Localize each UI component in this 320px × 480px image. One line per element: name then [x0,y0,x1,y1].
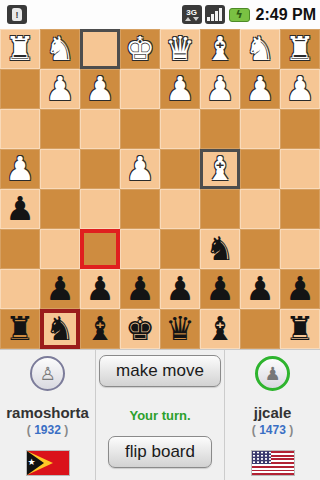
black-player-name: jjcale [254,404,292,421]
square-f7[interactable]: ♟ [80,269,120,309]
white-rook: ♜ [5,29,35,69]
white-knight: ♞ [45,29,75,69]
square-g7[interactable]: ♟ [40,269,80,309]
white-pawn: ♟ [125,149,155,189]
square-d4[interactable] [160,149,200,189]
square-c2[interactable]: ♟ [200,69,240,109]
square-g5[interactable] [40,189,80,229]
square-h5[interactable]: ♟ [0,189,40,229]
square-c4[interactable]: ♝ [200,149,240,189]
square-c7[interactable]: ♟ [200,269,240,309]
square-c3[interactable] [200,109,240,149]
square-b3[interactable] [240,109,280,149]
black-player-rating: ( 1473 ) [252,423,293,437]
battery-charging-icon: ϟ [229,8,250,22]
player-black-section: ♟ jjcale ( 1473 ) [225,350,320,480]
square-d8[interactable]: ♛ [160,309,200,349]
square-h8[interactable]: ♜ [0,309,40,349]
square-d7[interactable]: ♟ [160,269,200,309]
white-pawn: ♟ [285,69,315,109]
square-e7[interactable]: ♟ [120,269,160,309]
black-rook: ♜ [5,309,35,349]
game-info-panel: ♙ ramoshorta ( 1932 ) ★ make move Your t… [0,349,320,480]
white-rook: ♜ [285,29,315,69]
square-f2[interactable]: ♟ [80,69,120,109]
square-e3[interactable] [120,109,160,149]
square-c6[interactable]: ♞ [200,229,240,269]
square-e1[interactable]: ♚ [120,29,160,69]
square-b1[interactable]: ♞ [240,29,280,69]
clock-time: 2:49 PM [256,6,316,24]
white-bishop: ♝ [205,29,235,69]
square-d5[interactable] [160,189,200,229]
square-d1[interactable]: ♛ [160,29,200,69]
black-knight: ♞ [205,229,235,269]
square-d3[interactable] [160,109,200,149]
white-pawn: ♟ [165,69,195,109]
square-e2[interactable] [120,69,160,109]
white-pawn: ♟ [85,69,115,109]
black-pawn: ♟ [285,269,315,309]
square-b7[interactable]: ♟ [240,269,280,309]
square-f8[interactable]: ♝ [80,309,120,349]
square-a4[interactable] [280,149,320,189]
square-b8[interactable] [240,309,280,349]
square-a8[interactable]: ♜ [280,309,320,349]
black-pawn: ♟ [85,269,115,309]
square-f1[interactable] [80,29,120,69]
square-e6[interactable] [120,229,160,269]
white-pawn: ♟ [5,149,35,189]
square-f6[interactable] [80,229,120,269]
turn-status: Your turn. [129,408,190,423]
black-pawn: ♟ [165,269,195,309]
square-c8[interactable]: ♝ [200,309,240,349]
square-g2[interactable]: ♟ [40,69,80,109]
square-g1[interactable]: ♞ [40,29,80,69]
square-g6[interactable] [40,229,80,269]
square-b2[interactable]: ♟ [240,69,280,109]
chess-board: ♜♞♚♛♝♞♜♟♟♟♟♟♟♟♟♝♟♞♟♟♟♟♟♟♟♜♞♝♚♛♝♜ [0,29,320,349]
black-pawn: ♟ [5,189,35,229]
square-a5[interactable] [280,189,320,229]
square-h3[interactable] [0,109,40,149]
3g-data-icon: 3G [182,5,202,24]
black-king: ♚ [125,309,155,349]
square-g4[interactable] [40,149,80,189]
square-e4[interactable]: ♟ [120,149,160,189]
square-b6[interactable] [240,229,280,269]
black-pawn: ♟ [245,269,275,309]
player-white-section: ♙ ramoshorta ( 1932 ) ★ [0,350,95,480]
white-pawn: ♟ [45,69,75,109]
controls-section: make move Your turn. flip board [95,350,225,480]
black-pawn-avatar-icon: ♟ [264,363,280,384]
square-a2[interactable]: ♟ [280,69,320,109]
white-queen: ♛ [165,29,195,69]
square-h4[interactable]: ♟ [0,149,40,189]
white-pawn: ♟ [205,69,235,109]
square-c1[interactable]: ♝ [200,29,240,69]
square-a7[interactable]: ♟ [280,269,320,309]
white-pawn: ♟ [245,69,275,109]
square-a1[interactable]: ♜ [280,29,320,69]
black-pawn: ♟ [125,269,155,309]
square-e5[interactable] [120,189,160,229]
black-pawn: ♟ [45,269,75,309]
black-queen: ♛ [165,309,195,349]
square-f5[interactable] [80,189,120,229]
square-g3[interactable] [40,109,80,149]
black-rook: ♜ [285,309,315,349]
square-h7[interactable] [0,269,40,309]
signal-strength-icon [205,5,225,24]
sim-warning-icon: ! [7,5,27,24]
white-player-rating: ( 1932 ) [27,423,68,437]
square-d6[interactable] [160,229,200,269]
flip-board-button[interactable]: flip board [108,436,212,468]
square-a6[interactable] [280,229,320,269]
black-player-avatar: ♟ [255,356,290,391]
white-player-name: ramoshorta [6,404,89,421]
square-h2[interactable] [0,69,40,109]
black-pawn: ♟ [205,269,235,309]
white-king: ♚ [125,29,155,69]
square-f4[interactable] [80,149,120,189]
white-knight: ♞ [245,29,275,69]
black-knight: ♞ [45,309,75,349]
white-player-avatar: ♙ [30,356,65,391]
square-c5[interactable] [200,189,240,229]
square-e8[interactable]: ♚ [120,309,160,349]
make-move-button[interactable]: make move [99,355,221,387]
timor-leste-flag: ★ [26,450,70,476]
square-f3[interactable] [80,109,120,149]
white-pawn-avatar-icon: ♙ [39,363,55,384]
black-bishop: ♝ [85,309,115,349]
black-bishop: ♝ [205,309,235,349]
square-a3[interactable] [280,109,320,149]
status-bar: ! 3G ϟ 2:49 PM [0,0,320,29]
square-h6[interactable] [0,229,40,269]
square-b4[interactable] [240,149,280,189]
square-h1[interactable]: ♜ [0,29,40,69]
square-b5[interactable] [240,189,280,229]
square-g8[interactable]: ♞ [40,309,80,349]
white-bishop: ♝ [205,149,235,189]
united-states-flag [251,450,295,476]
square-d2[interactable]: ♟ [160,69,200,109]
